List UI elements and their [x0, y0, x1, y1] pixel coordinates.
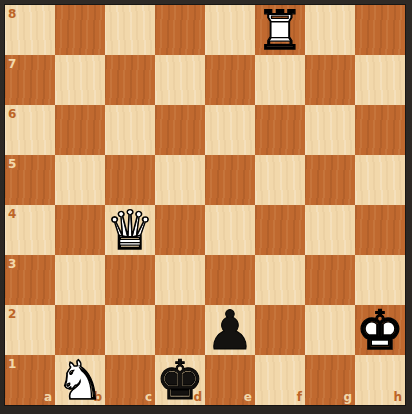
white-rook-icon[interactable]: ♜♖	[255, 5, 305, 55]
square-f2[interactable]	[255, 305, 305, 355]
board-frame: 8♜♖7654♛♕32♟♚♔1ab♞♘cd♚efgh	[0, 0, 412, 414]
file-label-h: h	[393, 391, 402, 403]
square-a3[interactable]: 3	[5, 255, 55, 305]
file-label-e: e	[244, 391, 252, 403]
square-d4[interactable]	[155, 205, 205, 255]
white-king-glyph: ♚	[355, 305, 405, 355]
square-e3[interactable]	[205, 255, 255, 305]
rank-label-5: 5	[8, 158, 16, 170]
rank-label-4: 4	[8, 208, 16, 220]
white-queen-glyph: ♛	[105, 205, 155, 255]
file-label-f: f	[297, 391, 302, 403]
square-h3[interactable]	[355, 255, 405, 305]
black-pawn-glyph: ♟	[205, 305, 255, 355]
square-b1[interactable]: b♞♘	[55, 355, 105, 405]
square-e7[interactable]	[205, 55, 255, 105]
square-f7[interactable]	[255, 55, 305, 105]
square-c6[interactable]	[105, 105, 155, 155]
square-d5[interactable]	[155, 155, 205, 205]
white-knight-outline: ♘	[55, 355, 105, 405]
rank-label-7: 7	[8, 58, 16, 70]
square-c5[interactable]	[105, 155, 155, 205]
white-queen-icon[interactable]: ♛♕	[105, 205, 155, 255]
white-rook-outline: ♖	[255, 5, 305, 55]
square-a4[interactable]: 4	[5, 205, 55, 255]
square-h1[interactable]: h	[355, 355, 405, 405]
square-c4[interactable]: ♛♕	[105, 205, 155, 255]
square-g1[interactable]: g	[305, 355, 355, 405]
square-b7[interactable]	[55, 55, 105, 105]
square-g2[interactable]	[305, 305, 355, 355]
square-g3[interactable]	[305, 255, 355, 305]
square-a8[interactable]: 8	[5, 5, 55, 55]
square-b2[interactable]	[55, 305, 105, 355]
square-f3[interactable]	[255, 255, 305, 305]
square-d3[interactable]	[155, 255, 205, 305]
black-pawn-icon[interactable]: ♟	[205, 305, 255, 355]
square-c8[interactable]	[105, 5, 155, 55]
square-d6[interactable]	[155, 105, 205, 155]
square-h6[interactable]	[355, 105, 405, 155]
square-b6[interactable]	[55, 105, 105, 155]
square-b8[interactable]	[55, 5, 105, 55]
white-rook-glyph: ♜	[255, 5, 305, 55]
white-queen-outline: ♕	[105, 205, 155, 255]
rank-label-3: 3	[8, 258, 16, 270]
square-h5[interactable]	[355, 155, 405, 205]
file-label-c: c	[145, 391, 152, 403]
square-e2[interactable]: ♟	[205, 305, 255, 355]
white-king-icon[interactable]: ♚♔	[355, 305, 405, 355]
square-h2[interactable]: ♚♔	[355, 305, 405, 355]
rank-label-1: 1	[8, 358, 16, 370]
square-f6[interactable]	[255, 105, 305, 155]
white-knight-icon[interactable]: ♞♘	[55, 355, 105, 405]
square-e6[interactable]	[205, 105, 255, 155]
square-f1[interactable]: f	[255, 355, 305, 405]
file-label-a: a	[44, 391, 52, 403]
square-b4[interactable]	[55, 205, 105, 255]
square-b3[interactable]	[55, 255, 105, 305]
square-e1[interactable]: e	[205, 355, 255, 405]
chess-board: 8♜♖7654♛♕32♟♚♔1ab♞♘cd♚efgh	[5, 5, 405, 405]
square-e4[interactable]	[205, 205, 255, 255]
square-f4[interactable]	[255, 205, 305, 255]
square-g5[interactable]	[305, 155, 355, 205]
square-c3[interactable]	[105, 255, 155, 305]
black-king-glyph: ♚	[155, 355, 205, 405]
square-f5[interactable]	[255, 155, 305, 205]
square-h7[interactable]	[355, 55, 405, 105]
square-d2[interactable]	[155, 305, 205, 355]
square-d8[interactable]	[155, 5, 205, 55]
square-a6[interactable]: 6	[5, 105, 55, 155]
square-h4[interactable]	[355, 205, 405, 255]
rank-label-6: 6	[8, 108, 16, 120]
square-b5[interactable]	[55, 155, 105, 205]
square-h8[interactable]	[355, 5, 405, 55]
square-a1[interactable]: 1a	[5, 355, 55, 405]
square-a2[interactable]: 2	[5, 305, 55, 355]
square-g4[interactable]	[305, 205, 355, 255]
black-king-icon[interactable]: ♚	[155, 355, 205, 405]
square-f8[interactable]: ♜♖	[255, 5, 305, 55]
file-label-g: g	[343, 391, 352, 403]
square-g8[interactable]	[305, 5, 355, 55]
square-c7[interactable]	[105, 55, 155, 105]
square-e5[interactable]	[205, 155, 255, 205]
square-a5[interactable]: 5	[5, 155, 55, 205]
square-a7[interactable]: 7	[5, 55, 55, 105]
white-knight-glyph: ♞	[55, 355, 105, 405]
square-c1[interactable]: c	[105, 355, 155, 405]
square-g6[interactable]	[305, 105, 355, 155]
square-c2[interactable]	[105, 305, 155, 355]
square-d7[interactable]	[155, 55, 205, 105]
rank-label-2: 2	[8, 308, 16, 320]
square-d1[interactable]: d♚	[155, 355, 205, 405]
square-g7[interactable]	[305, 55, 355, 105]
white-king-outline: ♔	[355, 305, 405, 355]
square-e8[interactable]	[205, 5, 255, 55]
rank-label-8: 8	[8, 8, 16, 20]
